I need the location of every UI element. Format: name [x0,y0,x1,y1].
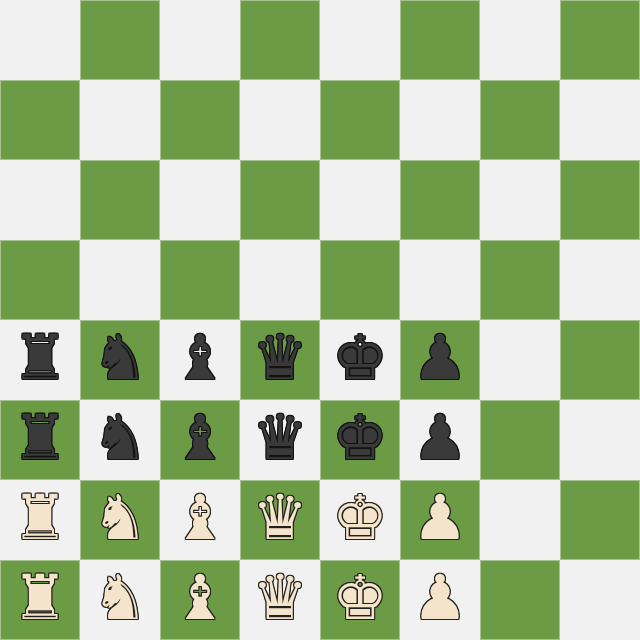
black-queen-piece: ♛ [252,407,308,469]
square-h6[interactable] [560,160,640,240]
square-a2[interactable]: ♜ [0,480,80,560]
black-knight-piece: ♞ [92,327,148,389]
square-a6[interactable] [0,160,80,240]
square-d5[interactable] [240,240,320,320]
white-bishop-piece: ♝ [172,567,228,629]
square-a3[interactable]: ♜ [0,400,80,480]
square-f7[interactable] [400,80,480,160]
black-bishop-piece: ♝ [172,407,228,469]
square-d6[interactable] [240,160,320,240]
square-f5[interactable] [400,240,480,320]
square-f3[interactable]: ♟ [400,400,480,480]
square-e6[interactable] [320,160,400,240]
square-c8[interactable] [160,0,240,80]
white-queen-piece: ♛ [252,567,308,629]
square-h4[interactable] [560,320,640,400]
square-e4[interactable]: ♚ [320,320,400,400]
square-g1[interactable] [480,560,560,640]
white-knight-piece: ♞ [92,567,148,629]
square-f8[interactable] [400,0,480,80]
square-c1[interactable]: ♝ [160,560,240,640]
white-king-piece: ♚ [332,567,388,629]
square-b1[interactable]: ♞ [80,560,160,640]
square-d7[interactable] [240,80,320,160]
square-e7[interactable] [320,80,400,160]
square-g3[interactable] [480,400,560,480]
square-e3[interactable]: ♚ [320,400,400,480]
white-pawn-piece: ♟ [412,487,468,549]
square-d2[interactable]: ♛ [240,480,320,560]
square-b2[interactable]: ♞ [80,480,160,560]
square-b8[interactable] [80,0,160,80]
black-pawn-piece: ♟ [412,327,468,389]
square-f4[interactable]: ♟ [400,320,480,400]
square-h8[interactable] [560,0,640,80]
square-g7[interactable] [480,80,560,160]
white-pawn-piece: ♟ [412,567,468,629]
square-f2[interactable]: ♟ [400,480,480,560]
square-c6[interactable] [160,160,240,240]
white-rook-piece: ♜ [12,487,68,549]
square-c4[interactable]: ♝ [160,320,240,400]
square-f1[interactable]: ♟ [400,560,480,640]
square-e2[interactable]: ♚ [320,480,400,560]
square-c2[interactable]: ♝ [160,480,240,560]
black-king-piece: ♚ [332,327,388,389]
square-b5[interactable] [80,240,160,320]
square-e1[interactable]: ♚ [320,560,400,640]
white-rook-piece: ♜ [12,567,68,629]
square-g4[interactable] [480,320,560,400]
square-d3[interactable]: ♛ [240,400,320,480]
square-h7[interactable] [560,80,640,160]
white-bishop-piece: ♝ [172,487,228,549]
black-knight-piece: ♞ [92,407,148,469]
black-bishop-piece: ♝ [172,327,228,389]
square-b7[interactable] [80,80,160,160]
square-a1[interactable]: ♜ [0,560,80,640]
black-queen-piece: ♛ [252,327,308,389]
square-d4[interactable]: ♛ [240,320,320,400]
square-f6[interactable] [400,160,480,240]
square-h2[interactable] [560,480,640,560]
white-king-piece: ♚ [332,487,388,549]
square-a7[interactable] [0,80,80,160]
square-h3[interactable] [560,400,640,480]
black-king-piece: ♚ [332,407,388,469]
square-b3[interactable]: ♞ [80,400,160,480]
square-h1[interactable] [560,560,640,640]
square-g8[interactable] [480,0,560,80]
square-b4[interactable]: ♞ [80,320,160,400]
square-d8[interactable] [240,0,320,80]
black-pawn-piece: ♟ [412,407,468,469]
square-d1[interactable]: ♛ [240,560,320,640]
square-g2[interactable] [480,480,560,560]
black-rook-piece: ♜ [12,327,68,389]
square-g6[interactable] [480,160,560,240]
black-rook-piece: ♜ [12,407,68,469]
chess-board: ♜♞♝♛♚♟♜♞♝♛♚♟♜♞♝♛♚♟♜♞♝♛♚♟ [0,0,640,640]
square-c5[interactable] [160,240,240,320]
square-h5[interactable] [560,240,640,320]
white-queen-piece: ♛ [252,487,308,549]
square-a8[interactable] [0,0,80,80]
square-e5[interactable] [320,240,400,320]
white-knight-piece: ♞ [92,487,148,549]
square-e8[interactable] [320,0,400,80]
square-g5[interactable] [480,240,560,320]
square-b6[interactable] [80,160,160,240]
square-c3[interactable]: ♝ [160,400,240,480]
square-a5[interactable] [0,240,80,320]
square-a4[interactable]: ♜ [0,320,80,400]
square-c7[interactable] [160,80,240,160]
